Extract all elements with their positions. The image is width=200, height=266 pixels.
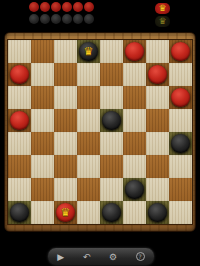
square-r5c6[interactable]: [123, 132, 146, 155]
settings-button[interactable]: ⚙: [109, 252, 117, 262]
red-man-piece[interactable]: [125, 42, 144, 61]
black-king-piece[interactable]: ♛: [79, 42, 98, 61]
square-r8c3[interactable]: ♛: [54, 201, 77, 224]
red-man-piece[interactable]: [171, 88, 190, 107]
bottom-toolbar: ▶↶⚙?: [47, 247, 155, 266]
square-r2c8: [169, 63, 192, 86]
king-crown-icon: ♛: [61, 207, 71, 218]
square-r6c4: [77, 155, 100, 178]
captured-red-piece: [84, 2, 94, 12]
red-man-piece[interactable]: [148, 65, 167, 84]
square-r3c1: [8, 86, 31, 109]
square-r5c7: [146, 132, 169, 155]
play-button[interactable]: ▶: [57, 252, 64, 262]
square-r5c3: [54, 132, 77, 155]
square-r4c1[interactable]: [8, 109, 31, 132]
king-crown-icon: ♛: [84, 46, 94, 57]
square-r3c2[interactable]: [31, 86, 54, 109]
square-r8c5[interactable]: [100, 201, 123, 224]
square-r1c7: [146, 40, 169, 63]
captured-red-piece: [73, 2, 83, 12]
square-r8c8: [169, 201, 192, 224]
square-r7c3: [54, 178, 77, 201]
captured-red-tray: [29, 2, 94, 12]
square-r5c4[interactable]: [77, 132, 100, 155]
square-r5c1: [8, 132, 31, 155]
square-r2c6: [123, 63, 146, 86]
square-r7c8[interactable]: [169, 178, 192, 201]
square-r4c5[interactable]: [100, 109, 123, 132]
black-man-piece[interactable]: [171, 134, 190, 153]
square-r8c7[interactable]: [146, 201, 169, 224]
captured-black-piece: [62, 14, 72, 24]
square-r3c7: [146, 86, 169, 109]
square-r5c8[interactable]: [169, 132, 192, 155]
help-button[interactable]: ?: [136, 252, 145, 261]
undo-button[interactable]: ↶: [83, 252, 91, 262]
square-r2c3[interactable]: [54, 63, 77, 86]
red-king-badge: ♛: [155, 3, 170, 14]
red-man-piece[interactable]: [10, 65, 29, 84]
captured-red-piece: [51, 2, 61, 12]
board-grid: ♛♛: [8, 40, 192, 224]
square-r2c5[interactable]: [100, 63, 123, 86]
captured-red-piece: [40, 2, 50, 12]
square-r4c6: [123, 109, 146, 132]
captured-black-tray: [29, 14, 94, 24]
square-r7c2[interactable]: [31, 178, 54, 201]
square-r8c6: [123, 201, 146, 224]
square-r4c2: [31, 109, 54, 132]
square-r2c2: [31, 63, 54, 86]
black-man-piece[interactable]: [102, 111, 121, 130]
square-r7c4[interactable]: [77, 178, 100, 201]
black-man-piece[interactable]: [125, 180, 144, 199]
captured-black-piece: [40, 14, 50, 24]
black-man-piece[interactable]: [148, 203, 167, 222]
square-r7c5: [100, 178, 123, 201]
square-r7c1: [8, 178, 31, 201]
square-r3c8[interactable]: [169, 86, 192, 109]
square-r4c4: [77, 109, 100, 132]
square-r4c3[interactable]: [54, 109, 77, 132]
black-man-piece[interactable]: [10, 203, 29, 222]
square-r3c4[interactable]: [77, 86, 100, 109]
square-r2c7[interactable]: [146, 63, 169, 86]
captured-red-piece: [29, 2, 39, 12]
square-r2c1[interactable]: [8, 63, 31, 86]
square-r1c5: [100, 40, 123, 63]
square-r1c2[interactable]: [31, 40, 54, 63]
square-r1c1: [8, 40, 31, 63]
checkers-app-screen: ♛ ♛ ♛♛ ▶↶⚙?: [0, 0, 200, 266]
square-r1c4[interactable]: ♛: [77, 40, 100, 63]
captured-red-piece: [62, 2, 72, 12]
square-r1c6[interactable]: [123, 40, 146, 63]
square-r3c3: [54, 86, 77, 109]
square-r2c4: [77, 63, 100, 86]
square-r6c7[interactable]: [146, 155, 169, 178]
square-r1c3: [54, 40, 77, 63]
board-frame: ♛♛: [4, 32, 196, 232]
captured-black-piece: [51, 14, 61, 24]
square-r6c1[interactable]: [8, 155, 31, 178]
square-r8c1[interactable]: [8, 201, 31, 224]
red-man-piece[interactable]: [10, 111, 29, 130]
square-r6c8: [169, 155, 192, 178]
black-king-crown-icon: ♛: [158, 17, 166, 26]
square-r6c3[interactable]: [54, 155, 77, 178]
square-r4c8: [169, 109, 192, 132]
red-man-piece[interactable]: [171, 42, 190, 61]
square-r6c5[interactable]: [100, 155, 123, 178]
square-r7c6[interactable]: [123, 178, 146, 201]
black-king-badge: ♛: [155, 16, 170, 27]
square-r5c5: [100, 132, 123, 155]
black-man-piece[interactable]: [102, 203, 121, 222]
captured-black-piece: [73, 14, 83, 24]
square-r1c8[interactable]: [169, 40, 192, 63]
square-r8c4: [77, 201, 100, 224]
red-king-piece[interactable]: ♛: [56, 203, 75, 222]
square-r8c2: [31, 201, 54, 224]
captured-black-piece: [84, 14, 94, 24]
square-r7c7: [146, 178, 169, 201]
square-r3c6[interactable]: [123, 86, 146, 109]
square-r6c2: [31, 155, 54, 178]
captured-black-piece: [29, 14, 39, 24]
square-r4c7[interactable]: [146, 109, 169, 132]
square-r3c5: [100, 86, 123, 109]
square-r5c2[interactable]: [31, 132, 54, 155]
square-r6c6: [123, 155, 146, 178]
red-king-crown-icon: ♛: [158, 4, 166, 13]
